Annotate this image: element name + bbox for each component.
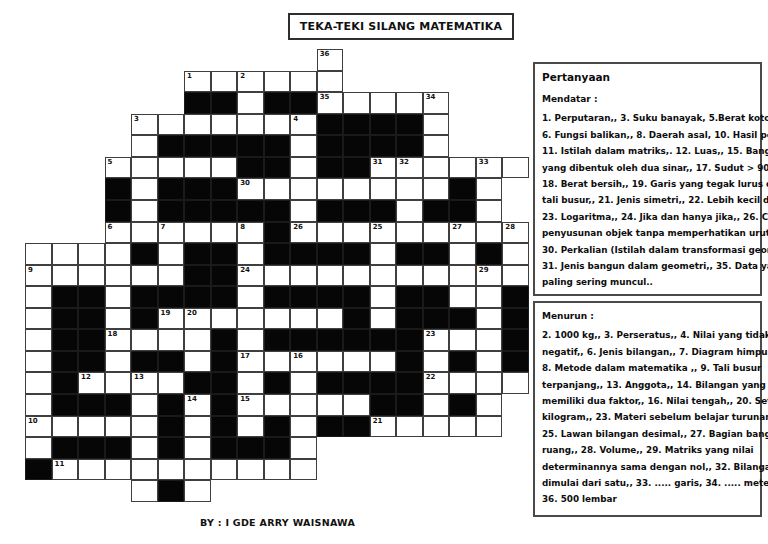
white-cell-r15c5[interactable]	[158, 372, 185, 394]
black-cell-r13c18	[502, 329, 529, 351]
empty-space	[131, 49, 158, 71]
white-cell-r6c15[interactable]	[423, 178, 450, 200]
empty-space	[449, 437, 476, 459]
white-cell-r9c16[interactable]	[449, 243, 476, 265]
white-cell-r14c8[interactable]: 17	[237, 351, 264, 373]
white-cell-r11c0[interactable]	[25, 286, 52, 308]
white-cell-r7c14[interactable]	[396, 200, 423, 222]
clue-line: 23. Logaritma,, 24. Jika dan hanya jika,…	[542, 209, 753, 225]
empty-space	[423, 480, 450, 502]
white-cell-r6c12[interactable]	[343, 178, 370, 200]
white-cell-r8c16[interactable]: 27	[449, 222, 476, 244]
white-cell-r14c13[interactable]	[370, 351, 397, 373]
black-cell-r3c12	[343, 114, 370, 136]
white-cell-r5c16[interactable]	[449, 157, 476, 179]
white-cell-r16c11[interactable]	[317, 394, 344, 416]
white-cell-r10c3[interactable]	[105, 265, 132, 287]
white-cell-r17c8[interactable]	[237, 416, 264, 438]
white-cell-r14c15[interactable]	[423, 351, 450, 373]
white-cell-r20c4[interactable]	[131, 480, 158, 502]
white-cell-r12c7[interactable]	[211, 308, 238, 330]
white-cell-r17c14[interactable]	[396, 416, 423, 438]
white-cell-r4c4[interactable]	[131, 135, 158, 157]
black-cell-r11c9	[264, 286, 291, 308]
black-cell-r4c12	[343, 135, 370, 157]
white-cell-r15c2[interactable]: 12	[78, 372, 105, 394]
white-cell-r19c7[interactable]	[211, 459, 238, 481]
white-cell-r5c4[interactable]	[131, 157, 158, 179]
clue-number-9: 9	[28, 266, 33, 274]
black-cell-r12c4	[131, 308, 158, 330]
white-cell-r19c10[interactable]	[290, 459, 317, 481]
white-cell-r12c8[interactable]	[237, 308, 264, 330]
white-cell-r17c3[interactable]	[105, 416, 132, 438]
white-cell-r16c0[interactable]	[25, 394, 52, 416]
empty-space	[502, 92, 529, 114]
white-cell-r17c17[interactable]	[476, 416, 503, 438]
white-cell-r11c16[interactable]	[449, 286, 476, 308]
white-cell-r10c8[interactable]: 24	[237, 265, 264, 287]
white-cell-r3c5[interactable]	[158, 114, 185, 136]
white-cell-r19c9[interactable]	[264, 459, 291, 481]
empty-space	[78, 222, 105, 244]
black-cell-r13c13	[370, 329, 397, 351]
white-cell-r17c2[interactable]	[78, 416, 105, 438]
white-cell-r10c2[interactable]	[78, 265, 105, 287]
black-cell-r13c9	[264, 329, 291, 351]
white-cell-r10c10[interactable]	[290, 265, 317, 287]
clue-line: yang dibentuk oleh dua sinar,, 17. Sudut…	[542, 160, 753, 176]
clue-line: negatif,, 6. Jenis bilangan,, 7. Diagram…	[542, 344, 753, 360]
white-cell-r7c10[interactable]	[290, 200, 317, 222]
white-cell-r14c6[interactable]	[184, 351, 211, 373]
white-cell-r14c11[interactable]	[317, 351, 344, 373]
clue-number-32: 32	[399, 158, 409, 166]
empty-space	[476, 480, 503, 502]
white-cell-r8c4[interactable]	[131, 222, 158, 244]
black-cell-r11c6	[184, 286, 211, 308]
white-cell-r9c13[interactable]	[370, 243, 397, 265]
white-cell-r8c14[interactable]	[396, 222, 423, 244]
empty-space	[237, 480, 264, 502]
white-cell-r17c1[interactable]	[52, 416, 79, 438]
white-cell-r1c9[interactable]	[264, 71, 291, 93]
white-cell-r5c18[interactable]	[502, 157, 529, 179]
clue-number-12: 12	[81, 373, 91, 381]
empty-space	[78, 157, 105, 179]
white-cell-r14c3[interactable]	[105, 351, 132, 373]
white-cell-r8c6[interactable]	[184, 222, 211, 244]
white-cell-r6c14[interactable]	[396, 178, 423, 200]
clue-line: 11. Istilah dalam matriks,. 12. Luas,, 1…	[542, 143, 753, 159]
white-cell-r14c10[interactable]: 16	[290, 351, 317, 373]
black-cell-r19c0	[25, 459, 52, 481]
white-cell-r8c17[interactable]	[476, 222, 503, 244]
white-cell-r9c8[interactable]	[237, 243, 264, 265]
black-cell-r17c5	[158, 416, 185, 438]
black-cell-r15c6	[184, 372, 211, 394]
white-cell-r10c4[interactable]	[131, 265, 158, 287]
black-cell-r13c10	[290, 329, 317, 351]
empty-space	[105, 480, 132, 502]
white-cell-r3c9[interactable]	[264, 114, 291, 136]
black-cell-r7c5	[158, 200, 185, 222]
white-cell-r19c3[interactable]	[105, 459, 132, 481]
clue-line: terpanjang,, 13. Anggota,, 14. Bilangan …	[542, 377, 753, 393]
white-cell-r6c8[interactable]: 30	[237, 178, 264, 200]
white-cell-r10c0[interactable]: 9	[25, 265, 52, 287]
white-cell-r16c9[interactable]	[264, 394, 291, 416]
black-cell-r17c7	[211, 416, 238, 438]
clue-line: dimulai dari satu,, 33. ..... garis, 34.…	[542, 475, 753, 491]
white-cell-r2c15[interactable]: 34	[423, 92, 450, 114]
clue-number-7: 7	[161, 223, 166, 231]
black-cell-r15c14	[396, 372, 423, 394]
white-cell-r15c17[interactable]	[476, 372, 503, 394]
white-cell-r1c10[interactable]	[290, 71, 317, 93]
white-cell-r10c18[interactable]	[502, 265, 529, 287]
black-cell-r11c7	[211, 286, 238, 308]
black-cell-r4c11	[317, 135, 344, 157]
white-cell-r6c4[interactable]	[131, 178, 158, 200]
black-cell-r3c11	[317, 114, 344, 136]
black-cell-r6c5	[158, 178, 185, 200]
white-cell-r6c17[interactable]	[476, 178, 503, 200]
white-cell-r7c17[interactable]	[476, 200, 503, 222]
black-cell-r9c12	[343, 243, 370, 265]
white-cell-r15c15[interactable]: 22	[423, 372, 450, 394]
white-cell-r12c9[interactable]	[264, 308, 291, 330]
black-cell-r18c3	[105, 437, 132, 459]
clue-line: 18. Berat bersih,, 19. Garis yang tegak …	[542, 176, 753, 192]
empty-space	[52, 480, 79, 502]
white-cell-r12c10[interactable]	[290, 308, 317, 330]
white-cell-r10c17[interactable]: 29	[476, 265, 503, 287]
white-cell-r6c11[interactable]	[317, 178, 344, 200]
white-cell-r12c17[interactable]	[476, 308, 503, 330]
crossword-grid: 3612353434531323330678262527289242919201…	[25, 49, 529, 502]
white-cell-r13c3[interactable]: 18	[105, 329, 132, 351]
white-cell-r4c15[interactable]	[423, 135, 450, 157]
black-cell-r20c5	[158, 480, 185, 502]
black-cell-r11c2	[78, 286, 105, 308]
white-cell-r13c15[interactable]: 23	[423, 329, 450, 351]
white-cell-r16c15[interactable]	[423, 394, 450, 416]
white-cell-r12c13[interactable]	[370, 308, 397, 330]
clue-number-19: 19	[161, 309, 171, 317]
white-cell-r5c3[interactable]: 5	[105, 157, 132, 179]
white-cell-r13c8[interactable]	[237, 329, 264, 351]
white-cell-r15c0[interactable]	[25, 372, 52, 394]
black-cell-r11c11	[317, 286, 344, 308]
black-cell-r18c8	[237, 437, 264, 459]
empty-space	[52, 49, 79, 71]
white-cell-r13c16[interactable]	[449, 329, 476, 351]
white-cell-r12c5[interactable]: 19	[158, 308, 185, 330]
empty-space	[423, 459, 450, 481]
white-cell-r19c4[interactable]	[131, 459, 158, 481]
white-cell-r17c15[interactable]	[423, 416, 450, 438]
empty-space	[25, 157, 52, 179]
black-cell-r11c10	[290, 286, 317, 308]
empty-space	[449, 480, 476, 502]
white-cell-r9c2[interactable]	[78, 243, 105, 265]
white-cell-r8c13[interactable]: 25	[370, 222, 397, 244]
white-cell-r14c12[interactable]	[343, 351, 370, 373]
white-cell-r16c6[interactable]: 14	[184, 394, 211, 416]
white-cell-r17c4[interactable]	[131, 416, 158, 438]
white-cell-r6c9[interactable]	[264, 178, 291, 200]
empty-space	[105, 71, 132, 93]
black-cell-r18c2	[78, 437, 105, 459]
white-cell-r17c6[interactable]	[184, 416, 211, 438]
white-cell-r2c14[interactable]	[396, 92, 423, 114]
white-cell-r2c11[interactable]: 35	[317, 92, 344, 114]
white-cell-r19c2[interactable]	[78, 459, 105, 481]
empty-space	[396, 49, 423, 71]
black-cell-r7c3	[105, 200, 132, 222]
black-cell-r6c3	[105, 178, 132, 200]
black-cell-r16c1	[52, 394, 79, 416]
puzzle-title: TEKA-TEKI SILANG MATEMATIKA	[288, 13, 514, 40]
white-cell-r10c13[interactable]	[370, 265, 397, 287]
white-cell-r15c3[interactable]	[105, 372, 132, 394]
white-cell-r18c6[interactable]	[184, 437, 211, 459]
black-cell-r7c11	[317, 200, 344, 222]
white-cell-r11c8[interactable]	[237, 286, 264, 308]
white-cell-r17c0[interactable]: 10	[25, 416, 52, 438]
white-cell-r2c12[interactable]	[343, 92, 370, 114]
black-cell-r5c9	[264, 157, 291, 179]
white-cell-r9c1[interactable]	[52, 243, 79, 265]
black-cell-r4c9	[264, 135, 291, 157]
white-cell-r8c5[interactable]: 7	[158, 222, 185, 244]
white-cell-r13c0[interactable]	[25, 329, 52, 351]
white-cell-r9c5[interactable]	[158, 243, 185, 265]
white-cell-r11c17[interactable]	[476, 286, 503, 308]
white-cell-r5c17[interactable]: 33	[476, 157, 503, 179]
white-cell-r1c6[interactable]: 1	[184, 71, 211, 93]
black-cell-r13c12	[343, 329, 370, 351]
white-cell-r3c10[interactable]: 4	[290, 114, 317, 136]
white-cell-r16c10[interactable]	[290, 394, 317, 416]
white-cell-r12c11[interactable]	[317, 308, 344, 330]
white-cell-r18c0[interactable]	[25, 437, 52, 459]
white-cell-r18c10[interactable]	[290, 437, 317, 459]
black-cell-r17c9	[264, 416, 291, 438]
white-cell-r5c14[interactable]: 32	[396, 157, 423, 179]
black-cell-r12c14	[396, 308, 423, 330]
white-cell-r13c6[interactable]	[184, 329, 211, 351]
white-cell-r14c17[interactable]	[476, 351, 503, 373]
black-cell-r2c7	[211, 92, 238, 114]
black-cell-r11c5	[158, 286, 185, 308]
empty-space	[476, 71, 503, 93]
black-cell-r15c9	[264, 372, 291, 394]
white-cell-r15c8[interactable]	[237, 372, 264, 394]
white-cell-r8c11[interactable]	[317, 222, 344, 244]
white-cell-r19c5[interactable]	[158, 459, 185, 481]
white-cell-r1c11[interactable]	[317, 71, 344, 93]
white-cell-r3c15[interactable]	[423, 114, 450, 136]
white-cell-r3c8[interactable]	[237, 114, 264, 136]
empty-space	[78, 92, 105, 114]
empty-space	[502, 459, 529, 481]
white-cell-r9c18[interactable]	[502, 243, 529, 265]
white-cell-r5c15[interactable]	[423, 157, 450, 179]
white-cell-r10c1[interactable]	[52, 265, 79, 287]
black-cell-r2c10	[290, 92, 317, 114]
white-cell-r15c16[interactable]	[449, 372, 476, 394]
white-cell-r8c18[interactable]: 28	[502, 222, 529, 244]
white-cell-r1c7[interactable]	[211, 71, 238, 93]
black-cell-r16c14	[396, 394, 423, 416]
black-cell-r12c2	[78, 308, 105, 330]
black-cell-r14c5	[158, 351, 185, 373]
black-cell-r6c7	[211, 178, 238, 200]
white-cell-r8c8[interactable]: 8	[237, 222, 264, 244]
empty-space	[52, 222, 79, 244]
white-cell-r16c4[interactable]	[131, 394, 158, 416]
empty-space	[78, 114, 105, 136]
white-cell-r8c3[interactable]: 6	[105, 222, 132, 244]
white-cell-r12c6[interactable]: 20	[184, 308, 211, 330]
black-cell-r10c6	[184, 265, 211, 287]
white-cell-r8c10[interactable]: 26	[290, 222, 317, 244]
white-cell-r7c4[interactable]	[131, 200, 158, 222]
clue-line: 31. Jenis bangun dalam geometri,, 35. Da…	[542, 258, 753, 274]
white-cell-r3c6[interactable]	[184, 114, 211, 136]
white-cell-r11c13[interactable]	[370, 286, 397, 308]
empty-space	[476, 437, 503, 459]
white-cell-r10c11[interactable]	[317, 265, 344, 287]
white-cell-r19c8[interactable]	[237, 459, 264, 481]
clue-number-22: 22	[426, 373, 436, 381]
empty-space	[317, 437, 344, 459]
white-cell-r2c13[interactable]	[370, 92, 397, 114]
white-cell-r19c6[interactable]	[184, 459, 211, 481]
white-cell-r17c16[interactable]	[449, 416, 476, 438]
across-clue-lines: 1. Perputaran,, 3. Suku banayak, 5.Berat…	[542, 110, 753, 290]
empty-space	[396, 437, 423, 459]
white-cell-r12c0[interactable]	[25, 308, 52, 330]
empty-space	[25, 178, 52, 200]
white-cell-r10c9[interactable]	[264, 265, 291, 287]
white-cell-r20c6[interactable]	[184, 480, 211, 502]
white-cell-r14c0[interactable]	[25, 351, 52, 373]
black-cell-r7c12	[343, 200, 370, 222]
empty-space	[396, 71, 423, 93]
clue-line: paling sering muncul..	[542, 274, 753, 290]
white-cell-r18c4[interactable]	[131, 437, 158, 459]
white-cell-r8c7[interactable]	[211, 222, 238, 244]
white-cell-r16c12[interactable]	[343, 394, 370, 416]
clue-line: kilogram,, 23. Materi sebelum belajar tu…	[542, 409, 753, 425]
white-cell-r19c1[interactable]: 11	[52, 459, 79, 481]
empty-space	[396, 480, 423, 502]
white-cell-r13c17[interactable]	[476, 329, 503, 351]
white-cell-r8c12[interactable]	[343, 222, 370, 244]
white-cell-r11c3[interactable]	[105, 286, 132, 308]
empty-space	[502, 200, 529, 222]
clue-number-23: 23	[426, 330, 436, 338]
black-cell-r17c11	[317, 416, 344, 438]
clue-line: memiliki dua faktor,, 16. Nilai tengah,,…	[542, 393, 753, 409]
white-cell-r12c3[interactable]	[105, 308, 132, 330]
white-cell-r6c10[interactable]	[290, 178, 317, 200]
empty-space	[423, 49, 450, 71]
black-cell-r4c5	[158, 135, 185, 157]
white-cell-r10c5[interactable]	[158, 265, 185, 287]
white-cell-r5c10[interactable]	[290, 157, 317, 179]
empty-space	[78, 480, 105, 502]
white-cell-r16c8[interactable]: 15	[237, 394, 264, 416]
black-cell-r7c8	[237, 200, 264, 222]
white-cell-r9c0[interactable]	[25, 243, 52, 265]
white-cell-r10c16[interactable]	[449, 265, 476, 287]
white-cell-r5c7[interactable]	[211, 157, 238, 179]
empty-space	[158, 71, 185, 93]
clue-number-34: 34	[426, 93, 436, 101]
empty-space	[423, 437, 450, 459]
black-cell-r14c14	[396, 351, 423, 373]
white-cell-r3c4[interactable]: 3	[131, 114, 158, 136]
white-cell-r13c5[interactable]	[158, 329, 185, 351]
white-cell-r10c15[interactable]	[423, 265, 450, 287]
black-cell-r16c16	[449, 394, 476, 416]
empty-space	[78, 49, 105, 71]
white-cell-r5c13[interactable]: 31	[370, 157, 397, 179]
clue-number-31: 31	[373, 158, 383, 166]
white-cell-r4c10[interactable]	[290, 135, 317, 157]
white-cell-r5c6[interactable]	[184, 157, 211, 179]
clues-panel-title: Pertanyaan	[542, 71, 753, 83]
white-cell-r17c13[interactable]: 21	[370, 416, 397, 438]
black-cell-r9c6	[184, 243, 211, 265]
black-cell-r12c12	[343, 308, 370, 330]
white-cell-r16c17[interactable]	[476, 394, 503, 416]
clue-number-27: 27	[452, 223, 462, 231]
black-cell-r17c12	[343, 416, 370, 438]
white-cell-r0c11[interactable]: 36	[317, 49, 344, 71]
black-cell-r5c8	[237, 157, 264, 179]
white-cell-r13c4[interactable]	[131, 329, 158, 351]
white-cell-r1c8[interactable]: 2	[237, 71, 264, 93]
white-cell-r6c13[interactable]	[370, 178, 397, 200]
white-cell-r15c10[interactable]	[290, 372, 317, 394]
clues-panel-down: Menurun : 2. 1000 kg,, 3. Perseratus,, 4…	[533, 301, 762, 517]
black-cell-r18c1	[52, 437, 79, 459]
white-cell-r10c14[interactable]	[396, 265, 423, 287]
white-cell-r14c9[interactable]	[264, 351, 291, 373]
black-cell-r14c2	[78, 351, 105, 373]
black-cell-r12c18	[502, 308, 529, 330]
empty-space	[423, 71, 450, 93]
white-cell-r8c15[interactable]	[423, 222, 450, 244]
white-cell-r3c7[interactable]	[211, 114, 238, 136]
empty-space	[52, 157, 79, 179]
white-cell-r2c8[interactable]	[237, 92, 264, 114]
white-cell-r15c4[interactable]: 13	[131, 372, 158, 394]
white-cell-r9c3[interactable]	[105, 243, 132, 265]
white-cell-r15c18[interactable]	[502, 372, 529, 394]
white-cell-r17c10[interactable]	[290, 416, 317, 438]
white-cell-r10c12[interactable]	[343, 265, 370, 287]
clue-number-1: 1	[187, 72, 192, 80]
black-cell-r15c7	[211, 372, 238, 394]
empty-space	[502, 49, 529, 71]
white-cell-r5c5[interactable]	[158, 157, 185, 179]
